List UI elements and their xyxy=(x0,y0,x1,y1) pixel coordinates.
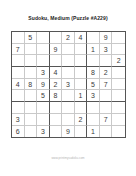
sudoku-cell-r3c6[interactable] xyxy=(75,55,88,67)
sudoku-cell-r4c4[interactable]: 4 xyxy=(50,67,63,79)
sudoku-cell-r3c8[interactable] xyxy=(100,55,113,67)
sudoku-cell-r7c6[interactable] xyxy=(75,102,88,114)
sudoku-cell-r6c7[interactable]: 3 xyxy=(87,90,100,102)
sudoku-cell-r5c6[interactable] xyxy=(75,79,88,91)
sudoku-cell-r5c7[interactable]: 5 xyxy=(87,79,100,91)
sudoku-cell-r3c5[interactable] xyxy=(62,55,75,67)
sudoku-cell-r8c4[interactable] xyxy=(50,114,63,126)
sudoku-cell-r8c7[interactable] xyxy=(87,114,100,126)
sudoku-cell-r7c4[interactable] xyxy=(50,102,63,114)
sudoku-cell-r5c8[interactable]: 7 xyxy=(100,79,113,91)
sudoku-cell-r5c3[interactable]: 9 xyxy=(37,79,50,91)
sudoku-cell-r1c3[interactable] xyxy=(37,32,50,44)
sudoku-cell-r2c4[interactable]: 9 xyxy=(50,44,63,56)
sudoku-cell-r1c9[interactable] xyxy=(112,32,125,44)
sudoku-cell-r1c8[interactable]: 9 xyxy=(100,32,113,44)
sudoku-cell-r9c5[interactable]: 9 xyxy=(62,126,75,138)
sudoku-cell-r6c2[interactable] xyxy=(25,90,38,102)
sudoku-cell-r9c8[interactable] xyxy=(100,126,113,138)
sudoku-cell-r6c1[interactable] xyxy=(12,90,25,102)
sudoku-cell-r9c2[interactable] xyxy=(25,126,38,138)
sudoku-cell-r2c3[interactable] xyxy=(37,44,50,56)
sudoku-cell-r2c6[interactable] xyxy=(75,44,88,56)
sudoku-cell-r5c2[interactable]: 8 xyxy=(25,79,38,91)
sudoku-cell-r7c2[interactable] xyxy=(25,102,38,114)
sudoku-cell-r3c3[interactable] xyxy=(37,55,50,67)
sudoku-cell-r2c2[interactable] xyxy=(25,44,38,56)
sudoku-cell-r6c6[interactable]: 1 xyxy=(75,90,88,102)
sudoku-cell-r1c5[interactable]: 2 xyxy=(62,32,75,44)
sudoku-cell-r9c6[interactable] xyxy=(75,126,88,138)
sudoku-cell-r4c9[interactable] xyxy=(112,67,125,79)
sudoku-cell-r6c3[interactable]: 5 xyxy=(37,90,50,102)
sudoku-cell-r8c5[interactable] xyxy=(62,114,75,126)
footer-url: www.printmysudoku.com xyxy=(0,156,136,160)
sudoku-cell-r4c2[interactable] xyxy=(25,67,38,79)
sudoku-cell-r8c2[interactable] xyxy=(25,114,38,126)
sudoku-page: Sudoku, Medium (Puzzle #A229) 5249791323… xyxy=(0,0,136,176)
sudoku-cell-r4c6[interactable] xyxy=(75,67,88,79)
sudoku-cell-r3c4[interactable] xyxy=(50,55,63,67)
sudoku-cell-r3c7[interactable] xyxy=(87,55,100,67)
sudoku-cell-r2c8[interactable]: 3 xyxy=(100,44,113,56)
sudoku-cell-r8c8[interactable]: 7 xyxy=(100,114,113,126)
sudoku-cell-r6c8[interactable] xyxy=(100,90,113,102)
sudoku-cell-r5c1[interactable]: 4 xyxy=(12,79,25,91)
sudoku-cell-r9c9[interactable] xyxy=(112,126,125,138)
sudoku-cell-r4c3[interactable]: 3 xyxy=(37,67,50,79)
sudoku-cell-r3c2[interactable] xyxy=(25,55,38,67)
sudoku-cell-r8c9[interactable] xyxy=(112,114,125,126)
sudoku-cell-r9c1[interactable]: 6 xyxy=(12,126,25,138)
sudoku-cell-r9c7[interactable]: 1 xyxy=(87,126,100,138)
sudoku-cell-r4c8[interactable]: 2 xyxy=(100,67,113,79)
sudoku-cell-r1c4[interactable] xyxy=(50,32,63,44)
sudoku-cell-r6c4[interactable]: 8 xyxy=(50,90,63,102)
sudoku-cell-r4c5[interactable] xyxy=(62,67,75,79)
sudoku-cell-r1c1[interactable] xyxy=(12,32,25,44)
sudoku-cell-r9c3[interactable]: 3 xyxy=(37,126,50,138)
sudoku-cell-r7c9[interactable] xyxy=(112,102,125,114)
sudoku-cell-r7c1[interactable] xyxy=(12,102,25,114)
sudoku-cell-r6c9[interactable] xyxy=(112,90,125,102)
sudoku-cell-r8c6[interactable]: 2 xyxy=(75,114,88,126)
sudoku-cell-r3c1[interactable] xyxy=(12,55,25,67)
sudoku-cell-r2c9[interactable] xyxy=(112,44,125,56)
sudoku-cell-r7c7[interactable] xyxy=(87,102,100,114)
sudoku-cell-r5c9[interactable] xyxy=(112,79,125,91)
sudoku-cell-r8c3[interactable] xyxy=(37,114,50,126)
sudoku-cell-r2c1[interactable]: 7 xyxy=(12,44,25,56)
sudoku-cell-r2c7[interactable]: 1 xyxy=(87,44,100,56)
sudoku-cell-r2c5[interactable] xyxy=(62,44,75,56)
sudoku-cell-r1c7[interactable] xyxy=(87,32,100,44)
sudoku-cell-r7c8[interactable] xyxy=(100,102,113,114)
sudoku-cell-r4c1[interactable] xyxy=(12,67,25,79)
puzzle-title: Sudoku, Medium (Puzzle #A229) xyxy=(0,15,136,21)
sudoku-cell-r7c3[interactable] xyxy=(37,102,50,114)
sudoku-cell-r6c5[interactable] xyxy=(62,90,75,102)
sudoku-grid: 5249791323482489235758133276391 xyxy=(11,31,126,138)
sudoku-cell-r3c9[interactable]: 2 xyxy=(112,55,125,67)
sudoku-cell-r4c7[interactable]: 8 xyxy=(87,67,100,79)
sudoku-cell-r1c2[interactable]: 5 xyxy=(25,32,38,44)
sudoku-cell-r5c5[interactable]: 3 xyxy=(62,79,75,91)
sudoku-cell-r1c6[interactable]: 4 xyxy=(75,32,88,44)
sudoku-cell-r5c4[interactable]: 2 xyxy=(50,79,63,91)
sudoku-cell-r8c1[interactable]: 3 xyxy=(12,114,25,126)
sudoku-cell-r9c4[interactable] xyxy=(50,126,63,138)
sudoku-cell-r7c5[interactable] xyxy=(62,102,75,114)
